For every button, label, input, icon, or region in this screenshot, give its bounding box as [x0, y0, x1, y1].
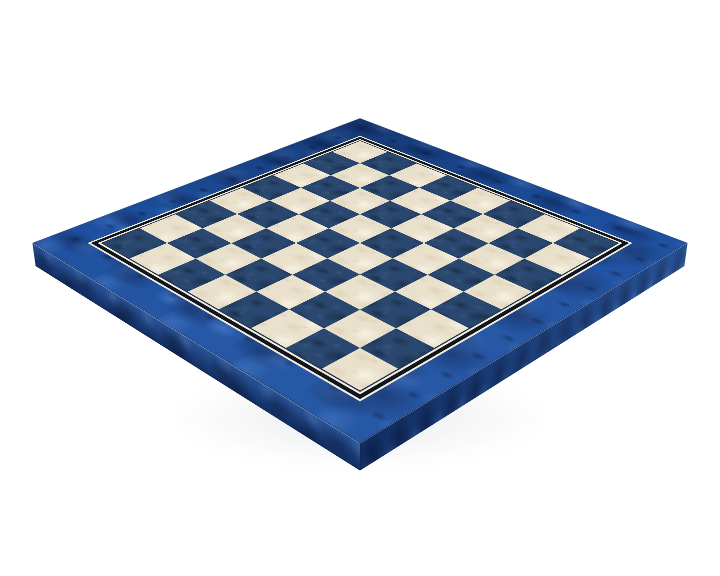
square-e1: [219, 292, 290, 329]
square-g5: [427, 258, 494, 291]
square-h2: [360, 328, 434, 368]
square-h3: [396, 309, 468, 347]
square-f4: [360, 258, 427, 291]
square-e2: [257, 275, 326, 310]
square-b1: [130, 243, 196, 275]
square-h4: [431, 292, 502, 329]
square-f5: [393, 243, 459, 275]
square-d3: [261, 243, 327, 275]
square-h6: [495, 258, 562, 291]
square-d2: [225, 258, 292, 291]
square-h5: [463, 275, 532, 310]
square-f2: [289, 292, 360, 329]
square-g4: [394, 275, 463, 310]
square-c2: [196, 243, 262, 275]
square-c1: [158, 258, 225, 291]
square-h7: [524, 243, 590, 275]
square-e4: [327, 243, 393, 275]
square-d1: [188, 275, 257, 310]
square-g3: [360, 292, 431, 329]
square-f1: [251, 309, 323, 347]
square-g6: [459, 243, 525, 275]
square-e3: [293, 258, 360, 291]
square-f3: [326, 275, 395, 310]
square-h1: [322, 348, 398, 391]
product-photo: [0, 0, 720, 576]
square-g1: [286, 328, 360, 368]
square-g2: [324, 309, 396, 347]
